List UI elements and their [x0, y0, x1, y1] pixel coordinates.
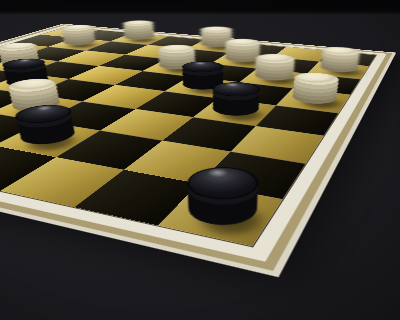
checkers-board: [0, 27, 376, 246]
board-frame: [0, 25, 387, 261]
black-piece-h1[interactable]: [177, 191, 266, 235]
black-piece-g4[interactable]: [206, 102, 265, 122]
board-photo: [0, 0, 400, 320]
scene: [0, 0, 400, 320]
white-piece-h5[interactable]: [287, 91, 340, 109]
white-piece-g6[interactable]: [250, 71, 298, 85]
